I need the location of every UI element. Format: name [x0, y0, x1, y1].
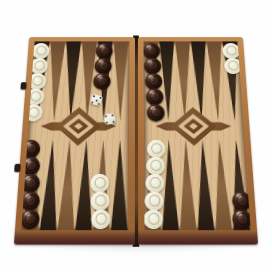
front-edge-right — [138, 230, 258, 244]
checker-white[interactable] — [26, 88, 46, 106]
checker-white[interactable] — [91, 209, 111, 229]
side-hinge-pin — [14, 163, 21, 171]
point-triangle-dark[interactable] — [194, 140, 215, 231]
checker-black[interactable] — [21, 191, 40, 211]
checker-white[interactable] — [221, 42, 240, 59]
stack-point-12 — [21, 140, 40, 229]
checker-white[interactable] — [24, 103, 44, 121]
checker-black[interactable] — [94, 57, 112, 74]
checker-white[interactable] — [143, 209, 163, 229]
die-pip — [98, 103, 101, 105]
checker-black[interactable] — [146, 103, 165, 121]
checker-white[interactable] — [145, 173, 164, 193]
die-pip — [106, 121, 108, 123]
checker-black[interactable] — [21, 209, 40, 229]
stack-point-24 — [221, 43, 242, 74]
checker-white[interactable] — [223, 57, 242, 74]
checker-black[interactable] — [143, 42, 160, 59]
diamond-inlay — [155, 107, 232, 146]
checker-black[interactable] — [143, 57, 161, 74]
point-triangle-walnut[interactable] — [177, 140, 197, 231]
checker-white[interactable] — [30, 57, 49, 74]
checker-white[interactable] — [147, 139, 166, 158]
checker-white[interactable] — [91, 173, 110, 193]
stack-point-1 — [232, 191, 251, 228]
checker-black[interactable] — [22, 156, 41, 175]
diamond-inlay — [40, 107, 117, 146]
checker-white[interactable] — [146, 156, 165, 175]
checker-black[interactable] — [96, 42, 114, 59]
checker-black[interactable] — [232, 191, 251, 211]
checker-white[interactable] — [32, 42, 51, 59]
checker-black[interactable] — [21, 173, 40, 193]
die-4[interactable] — [104, 113, 116, 125]
point-triangle-dark[interactable] — [110, 140, 128, 231]
checker-white[interactable] — [91, 191, 110, 211]
stack-point-6 — [143, 140, 165, 229]
die-pip — [99, 97, 102, 99]
checker-black[interactable] — [232, 209, 251, 229]
photo-stage — [0, 0, 272, 272]
checker-black[interactable] — [144, 72, 162, 89]
die-pip — [113, 120, 115, 122]
checker-black[interactable] — [93, 72, 112, 89]
board-half-right — [137, 37, 258, 244]
checker-white[interactable] — [28, 72, 47, 89]
die-pip — [105, 115, 107, 117]
die-pip — [92, 101, 95, 103]
front-edge-left — [14, 230, 134, 244]
checker-black[interactable] — [22, 139, 40, 158]
board-half-left — [14, 37, 135, 244]
checker-white[interactable] — [144, 191, 164, 211]
point-triangle-walnut[interactable] — [57, 140, 78, 231]
playing-field-left — [21, 41, 129, 230]
playing-field-right — [143, 41, 251, 230]
die-pip — [93, 96, 96, 98]
side-hinge-pin — [20, 82, 26, 89]
backgammon-board — [14, 37, 258, 244]
point-triangle-dark[interactable] — [39, 140, 61, 231]
stack-point-8 — [91, 174, 111, 229]
die-pip — [112, 114, 114, 116]
die-pip — [95, 99, 98, 101]
point-triangle-walnut[interactable] — [211, 140, 233, 231]
checker-black[interactable] — [145, 88, 164, 106]
